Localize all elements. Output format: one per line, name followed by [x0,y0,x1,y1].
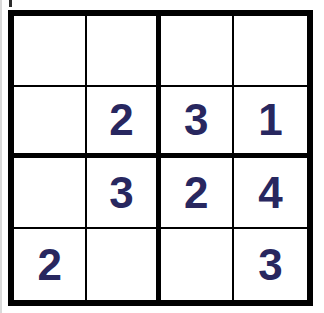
cell-r1c3[interactable] [161,16,234,87]
cell-r1c2[interactable] [87,16,160,87]
cell-value: 3 [184,98,208,142]
cell-r3c3[interactable]: 2 [161,158,234,229]
sudoku-board: 2 3 1 3 2 4 2 3 [8,10,313,306]
cell-value: 3 [258,243,282,287]
cell-r1c4[interactable] [234,16,307,87]
cell-value: 2 [109,98,133,142]
cell-r1c1[interactable] [14,16,87,87]
cell-r4c3[interactable] [161,229,234,300]
cell-r3c2[interactable]: 3 [87,158,160,229]
cell-value: 2 [37,243,61,287]
cell-r4c4[interactable]: 3 [234,229,307,300]
cell-r3c1[interactable] [14,158,87,229]
cell-value: 2 [184,171,208,215]
page: 2 3 1 3 2 4 2 3 [0,0,324,313]
cell-r4c1[interactable]: 2 [14,229,87,300]
cell-r2c3[interactable]: 3 [161,87,234,158]
cell-value: 4 [258,171,282,215]
cell-r2c1[interactable] [14,87,87,158]
cell-r2c4[interactable]: 1 [234,87,307,158]
cursor-tick [9,0,12,7]
cell-value: 1 [258,98,282,142]
cell-r2c2[interactable]: 2 [87,87,160,158]
left-edge-artifact [0,0,2,313]
cell-r3c4[interactable]: 4 [234,158,307,229]
cell-r4c2[interactable] [87,229,160,300]
cell-value: 3 [109,171,133,215]
